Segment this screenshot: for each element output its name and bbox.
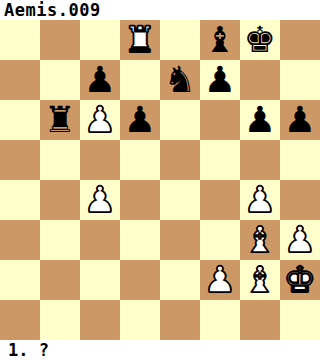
square-c6[interactable]: ♟ — [80, 100, 120, 140]
square-d5[interactable] — [120, 140, 160, 180]
square-h4[interactable] — [280, 180, 320, 220]
square-g6[interactable]: ♟ — [240, 100, 280, 140]
black-pawn-icon: ♟ — [244, 100, 276, 140]
square-h6[interactable]: ♟ — [280, 100, 320, 140]
square-e2[interactable] — [160, 260, 200, 300]
square-g3[interactable]: ♝ — [240, 220, 280, 260]
black-pawn-icon: ♟ — [124, 100, 156, 140]
white-pawn-icon: ♟ — [204, 260, 236, 300]
square-b2[interactable] — [40, 260, 80, 300]
square-b5[interactable] — [40, 140, 80, 180]
square-g7[interactable] — [240, 60, 280, 100]
square-b8[interactable] — [40, 20, 80, 60]
square-e6[interactable] — [160, 100, 200, 140]
black-bishop-icon: ♝ — [204, 20, 236, 60]
square-e3[interactable] — [160, 220, 200, 260]
square-a8[interactable] — [0, 20, 40, 60]
square-f8[interactable]: ♝ — [200, 20, 240, 60]
square-d6[interactable]: ♟ — [120, 100, 160, 140]
square-d1[interactable] — [120, 300, 160, 340]
square-b6[interactable]: ♜ — [40, 100, 80, 140]
square-c2[interactable] — [80, 260, 120, 300]
square-f2[interactable]: ♟ — [200, 260, 240, 300]
chess-diagram-page: Aemis.009 ♜♝♚♟♞♟♜♟♟♟♟♟♟♝♟♟♝♚ 1. ? — [0, 0, 320, 360]
black-knight-icon: ♞ — [164, 60, 196, 100]
square-f7[interactable]: ♟ — [200, 60, 240, 100]
white-king-icon: ♚ — [284, 260, 316, 300]
square-c3[interactable] — [80, 220, 120, 260]
square-d4[interactable] — [120, 180, 160, 220]
square-h7[interactable] — [280, 60, 320, 100]
square-a2[interactable] — [0, 260, 40, 300]
square-g5[interactable] — [240, 140, 280, 180]
square-b4[interactable] — [40, 180, 80, 220]
square-b1[interactable] — [40, 300, 80, 340]
black-pawn-icon: ♟ — [204, 60, 236, 100]
square-a7[interactable] — [0, 60, 40, 100]
square-d7[interactable] — [120, 60, 160, 100]
square-g4[interactable]: ♟ — [240, 180, 280, 220]
square-c4[interactable]: ♟ — [80, 180, 120, 220]
square-a4[interactable] — [0, 180, 40, 220]
square-b3[interactable] — [40, 220, 80, 260]
page-title: Aemis.009 — [0, 0, 320, 20]
black-king-icon: ♚ — [244, 20, 276, 60]
square-f4[interactable] — [200, 180, 240, 220]
square-e1[interactable] — [160, 300, 200, 340]
square-c8[interactable] — [80, 20, 120, 60]
square-d2[interactable] — [120, 260, 160, 300]
square-f5[interactable] — [200, 140, 240, 180]
white-bishop-icon: ♝ — [244, 260, 276, 300]
white-pawn-icon: ♟ — [284, 220, 316, 260]
square-f1[interactable] — [200, 300, 240, 340]
square-f6[interactable] — [200, 100, 240, 140]
black-rook-icon: ♜ — [44, 100, 76, 140]
move-prompt: 1. ? — [0, 340, 320, 360]
square-a1[interactable] — [0, 300, 40, 340]
square-h3[interactable]: ♟ — [280, 220, 320, 260]
square-h2[interactable]: ♚ — [280, 260, 320, 300]
chess-board: ♜♝♚♟♞♟♜♟♟♟♟♟♟♝♟♟♝♚ — [0, 20, 320, 340]
square-c5[interactable] — [80, 140, 120, 180]
square-e4[interactable] — [160, 180, 200, 220]
square-h5[interactable] — [280, 140, 320, 180]
white-bishop-icon: ♝ — [244, 220, 276, 260]
white-pawn-icon: ♟ — [84, 180, 116, 220]
square-h1[interactable] — [280, 300, 320, 340]
square-g2[interactable]: ♝ — [240, 260, 280, 300]
black-pawn-icon: ♟ — [284, 100, 316, 140]
square-c7[interactable]: ♟ — [80, 60, 120, 100]
square-a3[interactable] — [0, 220, 40, 260]
square-f3[interactable] — [200, 220, 240, 260]
square-e5[interactable] — [160, 140, 200, 180]
white-pawn-icon: ♟ — [244, 180, 276, 220]
white-pawn-icon: ♟ — [84, 100, 116, 140]
square-d3[interactable] — [120, 220, 160, 260]
square-c1[interactable] — [80, 300, 120, 340]
square-d8[interactable]: ♜ — [120, 20, 160, 60]
square-g1[interactable] — [240, 300, 280, 340]
square-b7[interactable] — [40, 60, 80, 100]
square-h8[interactable] — [280, 20, 320, 60]
square-g8[interactable]: ♚ — [240, 20, 280, 60]
black-pawn-icon: ♟ — [84, 60, 116, 100]
square-a6[interactable] — [0, 100, 40, 140]
square-e7[interactable]: ♞ — [160, 60, 200, 100]
square-a5[interactable] — [0, 140, 40, 180]
white-rook-icon: ♜ — [124, 20, 156, 60]
square-e8[interactable] — [160, 20, 200, 60]
